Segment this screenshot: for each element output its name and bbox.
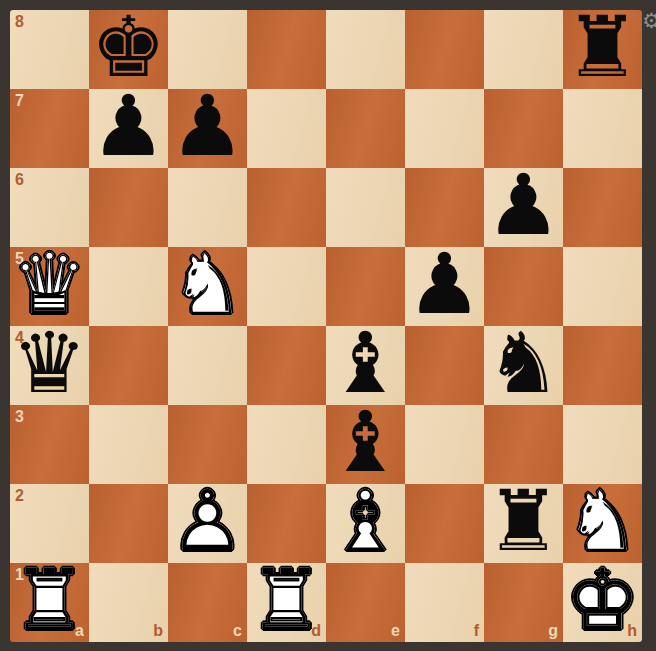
square-d6[interactable] xyxy=(247,168,326,247)
square-d5[interactable] xyxy=(247,247,326,326)
square-d8[interactable] xyxy=(247,10,326,89)
settings-gear-icon[interactable]: ⚙ xyxy=(642,11,656,32)
square-f4[interactable] xyxy=(405,326,484,405)
black-pawn-piece[interactable]: ♟ xyxy=(89,89,168,168)
square-d3[interactable] xyxy=(247,405,326,484)
square-c4[interactable] xyxy=(168,326,247,405)
white-pawn-piece[interactable]: ♟♙ xyxy=(168,484,247,563)
black-pawn-piece[interactable]: ♟ xyxy=(484,168,563,247)
file-label-f: f xyxy=(474,623,479,639)
square-f3[interactable] xyxy=(405,405,484,484)
square-f2[interactable] xyxy=(405,484,484,563)
white-bishop-piece[interactable]: ♝♗ xyxy=(326,484,405,563)
square-f7[interactable] xyxy=(405,89,484,168)
square-b4[interactable] xyxy=(89,326,168,405)
rank-label-6: 6 xyxy=(15,172,24,188)
square-g2[interactable]: ♜ xyxy=(484,484,563,563)
app-background: 8♚♜7♟♟6♟5♛♕♞♘♟4♛♝♞3♝2♟♙♝♗♜♞♘1a♜♖bcd♜♖efg… xyxy=(0,0,656,651)
file-label-c: c xyxy=(233,623,242,639)
black-queen-piece[interactable]: ♛ xyxy=(10,326,89,405)
square-g4[interactable]: ♞ xyxy=(484,326,563,405)
chess-board: 8♚♜7♟♟6♟5♛♕♞♘♟4♛♝♞3♝2♟♙♝♗♜♞♘1a♜♖bcd♜♖efg… xyxy=(10,10,642,642)
square-a4[interactable]: 4♛ xyxy=(10,326,89,405)
square-a7[interactable]: 7 xyxy=(10,89,89,168)
square-h1[interactable]: h♚♔ xyxy=(563,563,642,642)
square-g1[interactable]: g xyxy=(484,563,563,642)
rank-label-7: 7 xyxy=(15,93,24,109)
square-b2[interactable] xyxy=(89,484,168,563)
square-h4[interactable] xyxy=(563,326,642,405)
black-rook-piece[interactable]: ♜ xyxy=(563,10,642,89)
square-h6[interactable] xyxy=(563,168,642,247)
square-f8[interactable] xyxy=(405,10,484,89)
file-label-b: b xyxy=(153,623,163,639)
square-e8[interactable] xyxy=(326,10,405,89)
square-c5[interactable]: ♞♘ xyxy=(168,247,247,326)
square-d4[interactable] xyxy=(247,326,326,405)
black-rook-piece[interactable]: ♜ xyxy=(484,484,563,563)
black-pawn-piece[interactable]: ♟ xyxy=(168,89,247,168)
square-a3[interactable]: 3 xyxy=(10,405,89,484)
file-label-g: g xyxy=(548,623,558,639)
square-b5[interactable] xyxy=(89,247,168,326)
square-e1[interactable]: e xyxy=(326,563,405,642)
square-e2[interactable]: ♝♗ xyxy=(326,484,405,563)
square-h7[interactable] xyxy=(563,89,642,168)
white-knight-piece[interactable]: ♞♘ xyxy=(168,247,247,326)
square-e6[interactable] xyxy=(326,168,405,247)
square-b3[interactable] xyxy=(89,405,168,484)
square-d7[interactable] xyxy=(247,89,326,168)
square-f5[interactable]: ♟ xyxy=(405,247,484,326)
rank-label-2: 2 xyxy=(15,488,24,504)
square-e7[interactable] xyxy=(326,89,405,168)
square-c2[interactable]: ♟♙ xyxy=(168,484,247,563)
square-h5[interactable] xyxy=(563,247,642,326)
white-rook-piece[interactable]: ♜♖ xyxy=(247,563,326,642)
square-f1[interactable]: f xyxy=(405,563,484,642)
white-rook-piece[interactable]: ♜♖ xyxy=(10,563,89,642)
file-label-e: e xyxy=(391,623,400,639)
square-h8[interactable]: ♜ xyxy=(563,10,642,89)
white-king-piece[interactable]: ♚♔ xyxy=(563,563,642,642)
square-d1[interactable]: d♜♖ xyxy=(247,563,326,642)
square-g6[interactable]: ♟ xyxy=(484,168,563,247)
square-c7[interactable]: ♟ xyxy=(168,89,247,168)
rank-label-8: 8 xyxy=(15,14,24,30)
square-b6[interactable] xyxy=(89,168,168,247)
square-b7[interactable]: ♟ xyxy=(89,89,168,168)
square-a8[interactable]: 8 xyxy=(10,10,89,89)
black-pawn-piece[interactable]: ♟ xyxy=(405,247,484,326)
square-a1[interactable]: 1a♜♖ xyxy=(10,563,89,642)
black-knight-piece[interactable]: ♞ xyxy=(484,326,563,405)
square-b1[interactable]: b xyxy=(89,563,168,642)
square-c1[interactable]: c xyxy=(168,563,247,642)
square-g8[interactable] xyxy=(484,10,563,89)
